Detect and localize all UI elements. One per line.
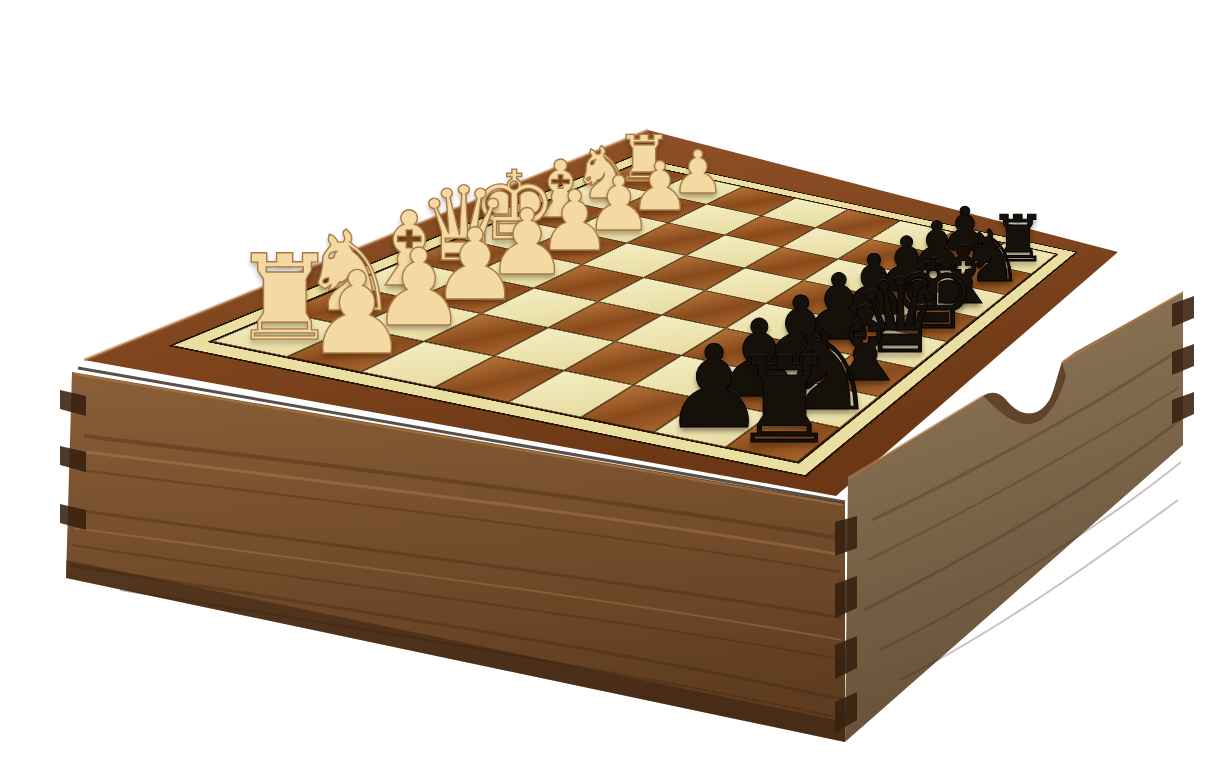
piece-white-pawn: ♟ xyxy=(306,257,409,372)
chess-box-photo: ♜♞♝♚♛♝♞♜♟♟♟♟♟♟♟♟♟♟♟♟♟♟♟♟♜♞♝♚♛♝♞♜ xyxy=(0,0,1214,771)
box-wall-svg xyxy=(0,0,1214,771)
piece-black-rook: ♜ xyxy=(731,342,837,461)
dovetails-right-corner xyxy=(1172,296,1194,424)
